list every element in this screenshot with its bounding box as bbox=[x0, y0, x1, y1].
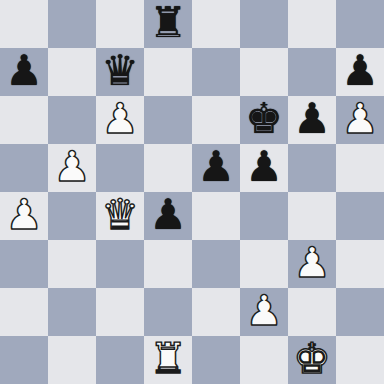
square-d8[interactable]: ♜ bbox=[144, 0, 192, 48]
white-pawn: ♟ bbox=[53, 143, 91, 191]
square-h2[interactable] bbox=[336, 288, 384, 336]
square-g1[interactable]: ♚ bbox=[288, 336, 336, 384]
square-b3[interactable] bbox=[48, 240, 96, 288]
white-pawn: ♟ bbox=[293, 239, 331, 287]
square-b2[interactable] bbox=[48, 288, 96, 336]
square-a7[interactable]: ♟ bbox=[0, 48, 48, 96]
black-king: ♚ bbox=[245, 95, 283, 143]
black-rook: ♜ bbox=[149, 0, 187, 47]
black-pawn: ♟ bbox=[5, 47, 43, 95]
square-d3[interactable] bbox=[144, 240, 192, 288]
square-d1[interactable]: ♜ bbox=[144, 336, 192, 384]
square-b6[interactable] bbox=[48, 96, 96, 144]
square-d4[interactable]: ♟ bbox=[144, 192, 192, 240]
square-b1[interactable] bbox=[48, 336, 96, 384]
black-pawn: ♟ bbox=[149, 191, 187, 239]
white-pawn: ♟ bbox=[101, 95, 139, 143]
square-f4[interactable] bbox=[240, 192, 288, 240]
square-d7[interactable] bbox=[144, 48, 192, 96]
square-b5[interactable]: ♟ bbox=[48, 144, 96, 192]
square-e4[interactable] bbox=[192, 192, 240, 240]
square-f8[interactable] bbox=[240, 0, 288, 48]
square-h8[interactable] bbox=[336, 0, 384, 48]
square-e3[interactable] bbox=[192, 240, 240, 288]
square-g5[interactable] bbox=[288, 144, 336, 192]
square-b8[interactable] bbox=[48, 0, 96, 48]
square-c2[interactable] bbox=[96, 288, 144, 336]
square-a2[interactable] bbox=[0, 288, 48, 336]
square-f7[interactable] bbox=[240, 48, 288, 96]
square-c8[interactable] bbox=[96, 0, 144, 48]
square-g2[interactable] bbox=[288, 288, 336, 336]
square-d5[interactable] bbox=[144, 144, 192, 192]
square-a3[interactable] bbox=[0, 240, 48, 288]
square-g4[interactable] bbox=[288, 192, 336, 240]
square-h5[interactable] bbox=[336, 144, 384, 192]
black-pawn: ♟ bbox=[197, 143, 235, 191]
white-pawn: ♟ bbox=[245, 287, 283, 335]
square-e7[interactable] bbox=[192, 48, 240, 96]
square-c5[interactable] bbox=[96, 144, 144, 192]
square-f5[interactable]: ♟ bbox=[240, 144, 288, 192]
square-f1[interactable] bbox=[240, 336, 288, 384]
black-pawn: ♟ bbox=[293, 95, 331, 143]
square-h7[interactable]: ♟ bbox=[336, 48, 384, 96]
square-e2[interactable] bbox=[192, 288, 240, 336]
square-c7[interactable]: ♛ bbox=[96, 48, 144, 96]
square-f3[interactable] bbox=[240, 240, 288, 288]
white-king: ♚ bbox=[293, 335, 331, 383]
square-e6[interactable] bbox=[192, 96, 240, 144]
square-a8[interactable] bbox=[0, 0, 48, 48]
square-e1[interactable] bbox=[192, 336, 240, 384]
square-h6[interactable]: ♟ bbox=[336, 96, 384, 144]
square-e8[interactable] bbox=[192, 0, 240, 48]
square-f2[interactable]: ♟ bbox=[240, 288, 288, 336]
white-pawn: ♟ bbox=[341, 95, 379, 143]
square-d2[interactable] bbox=[144, 288, 192, 336]
black-pawn: ♟ bbox=[245, 143, 283, 191]
square-a5[interactable] bbox=[0, 144, 48, 192]
square-e5[interactable]: ♟ bbox=[192, 144, 240, 192]
square-d6[interactable] bbox=[144, 96, 192, 144]
black-pawn: ♟ bbox=[341, 47, 379, 95]
square-h4[interactable] bbox=[336, 192, 384, 240]
chess-board: ♜♟♛♟♟♚♟♟♟♟♟♟♛♟♟♟♜♚ bbox=[0, 0, 384, 384]
square-c1[interactable] bbox=[96, 336, 144, 384]
square-b4[interactable] bbox=[48, 192, 96, 240]
square-g6[interactable]: ♟ bbox=[288, 96, 336, 144]
white-pawn: ♟ bbox=[5, 191, 43, 239]
black-queen: ♛ bbox=[101, 47, 139, 95]
square-h3[interactable] bbox=[336, 240, 384, 288]
square-c3[interactable] bbox=[96, 240, 144, 288]
square-a1[interactable] bbox=[0, 336, 48, 384]
square-g3[interactable]: ♟ bbox=[288, 240, 336, 288]
square-f6[interactable]: ♚ bbox=[240, 96, 288, 144]
square-a6[interactable] bbox=[0, 96, 48, 144]
square-g8[interactable] bbox=[288, 0, 336, 48]
white-queen: ♛ bbox=[101, 191, 139, 239]
square-a4[interactable]: ♟ bbox=[0, 192, 48, 240]
square-c4[interactable]: ♛ bbox=[96, 192, 144, 240]
square-g7[interactable] bbox=[288, 48, 336, 96]
square-b7[interactable] bbox=[48, 48, 96, 96]
square-c6[interactable]: ♟ bbox=[96, 96, 144, 144]
white-rook: ♜ bbox=[149, 335, 187, 383]
square-h1[interactable] bbox=[336, 336, 384, 384]
